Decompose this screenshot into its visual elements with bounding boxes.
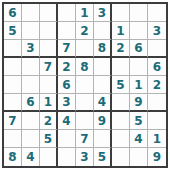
cell-r2c1[interactable]: 5 [4, 22, 22, 40]
cell-r4c3[interactable]: 7 [40, 58, 58, 76]
cell-r6c1[interactable] [4, 94, 22, 112]
cell-r5c2[interactable] [22, 76, 40, 94]
cell-r4c8[interactable] [130, 58, 148, 76]
cell-r4c9[interactable]: 6 [148, 58, 166, 76]
cell-r7c1[interactable]: 7 [4, 112, 22, 130]
cell-r1c3[interactable] [40, 4, 58, 22]
cell-r8c6[interactable] [94, 130, 112, 148]
cell-r6c7[interactable] [112, 94, 130, 112]
cell-r4c7[interactable] [112, 58, 130, 76]
cell-r8c9[interactable]: 1 [148, 130, 166, 148]
cell-r4c6[interactable] [94, 58, 112, 76]
cell-r8c5[interactable]: 7 [76, 130, 94, 148]
cell-r3c2[interactable]: 3 [22, 40, 40, 58]
cell-r6c5[interactable] [76, 94, 94, 112]
cell-r4c2[interactable] [22, 58, 40, 76]
cell-r3c6[interactable]: 8 [94, 40, 112, 58]
cell-r8c4[interactable] [58, 130, 76, 148]
cell-r7c2[interactable] [22, 112, 40, 130]
cell-r5c3[interactable] [40, 76, 58, 94]
cell-r3c8[interactable]: 6 [130, 40, 148, 58]
cell-r7c3[interactable]: 2 [40, 112, 58, 130]
cell-r5c1[interactable] [4, 76, 22, 94]
sudoku-board: 613521337826728665126134972495574184359 [2, 2, 168, 168]
cell-r7c7[interactable] [112, 112, 130, 130]
cell-r6c2[interactable]: 6 [22, 94, 40, 112]
cell-r1c6[interactable]: 3 [94, 4, 112, 22]
cell-r8c8[interactable]: 4 [130, 130, 148, 148]
cell-r5c4[interactable]: 6 [58, 76, 76, 94]
cell-r2c2[interactable] [22, 22, 40, 40]
cell-r7c4[interactable]: 4 [58, 112, 76, 130]
cell-r3c3[interactable] [40, 40, 58, 58]
cell-r4c5[interactable]: 8 [76, 58, 94, 76]
cell-r4c4[interactable]: 2 [58, 58, 76, 76]
cell-r7c8[interactable]: 5 [130, 112, 148, 130]
cell-r9c9[interactable]: 9 [148, 148, 166, 166]
cell-r9c3[interactable] [40, 148, 58, 166]
cell-r1c5[interactable]: 1 [76, 4, 94, 22]
cell-r3c4[interactable]: 7 [58, 40, 76, 58]
cell-r1c2[interactable] [22, 4, 40, 22]
cell-r1c8[interactable] [130, 4, 148, 22]
cell-r7c5[interactable] [76, 112, 94, 130]
cell-r9c8[interactable] [130, 148, 148, 166]
cell-r8c7[interactable] [112, 130, 130, 148]
cell-r7c9[interactable] [148, 112, 166, 130]
cell-r2c6[interactable] [94, 22, 112, 40]
cell-r3c1[interactable] [4, 40, 22, 58]
cell-r3c9[interactable] [148, 40, 166, 58]
cell-r3c5[interactable] [76, 40, 94, 58]
cell-r1c9[interactable] [148, 4, 166, 22]
cell-r6c4[interactable]: 3 [58, 94, 76, 112]
cell-r8c1[interactable] [4, 130, 22, 148]
cell-r4c1[interactable] [4, 58, 22, 76]
cell-r9c1[interactable]: 8 [4, 148, 22, 166]
cell-r9c2[interactable]: 4 [22, 148, 40, 166]
cell-r7c6[interactable]: 9 [94, 112, 112, 130]
cell-r8c3[interactable]: 5 [40, 130, 58, 148]
cell-r9c4[interactable] [58, 148, 76, 166]
cell-r2c9[interactable]: 3 [148, 22, 166, 40]
cell-r9c7[interactable] [112, 148, 130, 166]
cell-r1c4[interactable] [58, 4, 76, 22]
cell-r5c5[interactable] [76, 76, 94, 94]
cell-r1c7[interactable] [112, 4, 130, 22]
cell-r5c7[interactable]: 5 [112, 76, 130, 94]
cell-r9c6[interactable]: 5 [94, 148, 112, 166]
cell-r5c6[interactable] [94, 76, 112, 94]
cell-r2c7[interactable]: 1 [112, 22, 130, 40]
cell-r9c5[interactable]: 3 [76, 148, 94, 166]
cell-r2c8[interactable] [130, 22, 148, 40]
cell-r6c9[interactable] [148, 94, 166, 112]
cell-r2c4[interactable] [58, 22, 76, 40]
cell-r6c3[interactable]: 1 [40, 94, 58, 112]
cell-r6c8[interactable]: 9 [130, 94, 148, 112]
cell-r5c9[interactable]: 2 [148, 76, 166, 94]
cell-r8c2[interactable] [22, 130, 40, 148]
cell-r2c3[interactable] [40, 22, 58, 40]
cell-r2c5[interactable]: 2 [76, 22, 94, 40]
cell-r3c7[interactable]: 2 [112, 40, 130, 58]
cell-r5c8[interactable]: 1 [130, 76, 148, 94]
cell-r1c1[interactable]: 6 [4, 4, 22, 22]
cell-r6c6[interactable]: 4 [94, 94, 112, 112]
